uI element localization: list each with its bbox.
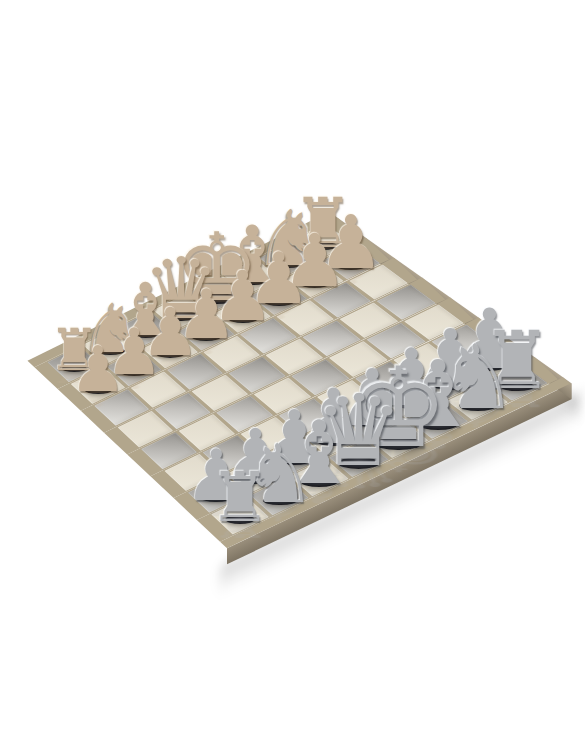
product-photo-stage: ♜♜♞♞♝♝♛♛♚♚♝♝♞♞♜♜♟♟♟♟♟♟♟♟♟♟♟♟♟♟♟♟♟♟♟♟♟♟♟♟… (0, 0, 585, 744)
piece-glyph: ♟ (70, 338, 126, 401)
piece-glyph: ♜ (209, 463, 271, 532)
